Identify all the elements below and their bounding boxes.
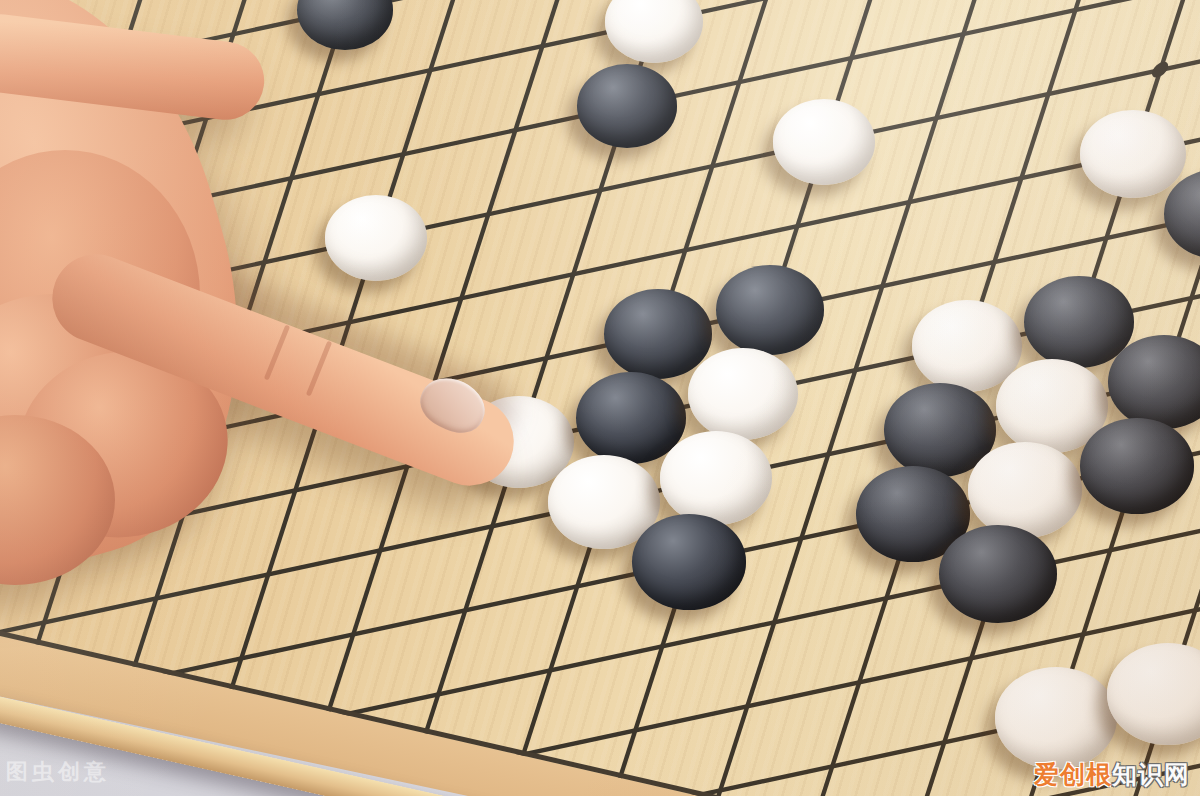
go-stone-black[interactable] <box>716 265 824 354</box>
go-stone-white[interactable] <box>688 348 798 439</box>
watermark-site: 爱创根知识网 <box>1034 758 1190 791</box>
go-stone-white[interactable] <box>968 442 1083 537</box>
watermark-tuchong: 图虫创意 <box>6 757 110 787</box>
watermark-site-accent: 爱创根 <box>1034 760 1112 789</box>
go-stone-white[interactable] <box>325 195 428 280</box>
watermark-site-rest: 知识网 <box>1112 760 1190 789</box>
go-stone-black[interactable] <box>939 525 1056 622</box>
go-stone-black[interactable] <box>604 289 712 378</box>
grid-line-horizontal <box>0 0 1200 12</box>
go-stone-white[interactable] <box>660 431 772 524</box>
go-stone-white[interactable] <box>995 667 1117 768</box>
go-stone-white[interactable] <box>773 99 876 184</box>
go-stone-white[interactable] <box>1080 110 1185 197</box>
go-stone-black[interactable] <box>577 64 677 147</box>
go-stone-black[interactable] <box>1080 418 1195 513</box>
go-stone-black[interactable] <box>632 514 747 609</box>
go-photo-scene: 图虫创意 爱创根知识网 <box>0 0 1200 796</box>
